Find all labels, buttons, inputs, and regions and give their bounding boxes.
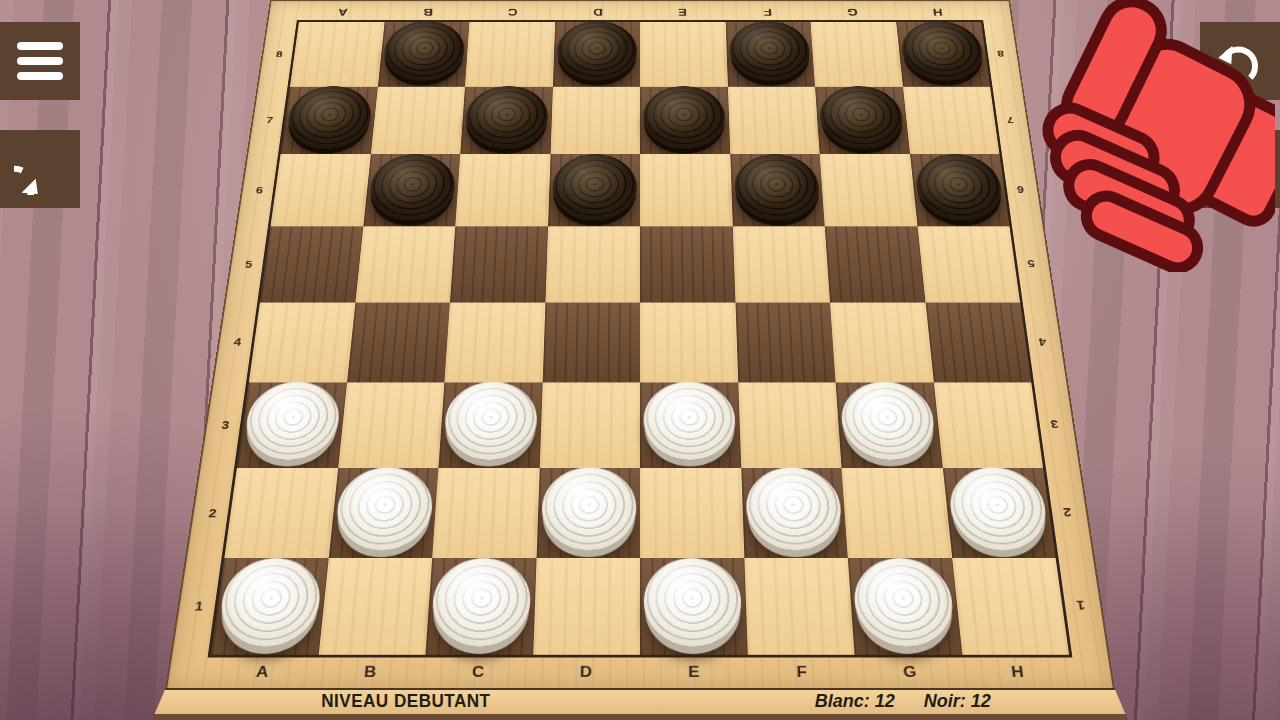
- right-secondary-button[interactable]: [1200, 130, 1280, 208]
- square-c2[interactable]: [432, 468, 539, 559]
- square-h7[interactable]: [903, 86, 1000, 154]
- square-g7[interactable]: [815, 86, 910, 154]
- white-piece[interactable]: [852, 558, 957, 646]
- square-h5[interactable]: [917, 226, 1020, 302]
- black-piece[interactable]: [913, 154, 1005, 220]
- black-score: Noir: 12: [899, 691, 1016, 712]
- black-piece[interactable]: [556, 22, 636, 81]
- square-a6[interactable]: [271, 155, 371, 227]
- square-f1[interactable]: [744, 558, 855, 654]
- white-piece[interactable]: [216, 558, 324, 646]
- app-background: ABCDEFGH ABCDEFGH 87654321 87654321 NIVE…: [0, 0, 1280, 720]
- coord-label: H: [962, 660, 1073, 684]
- square-h1[interactable]: [952, 558, 1069, 654]
- restart-button[interactable]: [0, 130, 80, 208]
- undo-button[interactable]: [1200, 22, 1280, 100]
- square-g4[interactable]: [830, 302, 933, 382]
- black-piece[interactable]: [382, 22, 467, 81]
- square-f6[interactable]: [730, 155, 825, 227]
- menu-button[interactable]: [0, 22, 80, 100]
- square-b5[interactable]: [355, 226, 455, 302]
- square-c5[interactable]: [450, 226, 548, 302]
- square-h6[interactable]: [910, 155, 1010, 227]
- square-h2[interactable]: [942, 468, 1055, 559]
- square-e6[interactable]: [640, 155, 732, 227]
- square-h3[interactable]: [933, 383, 1043, 468]
- square-b6[interactable]: [363, 155, 460, 227]
- status-bar: NIVEAU DEBUTANT Blanc: 12 Noir: 12: [152, 688, 1128, 720]
- black-piece[interactable]: [367, 154, 456, 220]
- square-g5[interactable]: [825, 226, 925, 302]
- coord-label: G: [855, 660, 965, 684]
- square-c6[interactable]: [455, 155, 550, 227]
- white-piece[interactable]: [430, 558, 532, 646]
- squares-grid: [208, 20, 1073, 657]
- black-piece[interactable]: [899, 22, 986, 81]
- level-label: NIVEAU DEBUTANT: [285, 691, 526, 712]
- white-piece[interactable]: [745, 467, 843, 550]
- square-h4[interactable]: [925, 302, 1031, 382]
- square-f8[interactable]: [725, 22, 815, 87]
- black-piece[interactable]: [644, 86, 727, 148]
- coord-label: A: [299, 4, 386, 19]
- white-piece[interactable]: [946, 467, 1050, 550]
- square-f3[interactable]: [738, 383, 842, 468]
- square-f7[interactable]: [728, 86, 820, 154]
- square-b4[interactable]: [347, 302, 450, 382]
- square-f4[interactable]: [735, 302, 836, 382]
- square-b3[interactable]: [338, 383, 445, 468]
- undo-icon: [1214, 35, 1266, 87]
- square-h8[interactable]: [896, 22, 990, 87]
- black-piece[interactable]: [464, 86, 549, 148]
- square-d6[interactable]: [548, 155, 640, 227]
- square-f5[interactable]: [732, 226, 830, 302]
- coord-label: C: [423, 660, 532, 684]
- coord-label: B: [385, 4, 471, 19]
- square-e5[interactable]: [640, 226, 735, 302]
- square-d4[interactable]: [542, 302, 640, 382]
- square-e3[interactable]: [640, 383, 741, 468]
- square-b7[interactable]: [370, 86, 465, 154]
- coord-label: B: [315, 660, 425, 684]
- coord-label: D: [532, 660, 640, 684]
- square-a5[interactable]: [260, 226, 363, 302]
- square-g6[interactable]: [820, 155, 917, 227]
- square-g8[interactable]: [811, 22, 903, 87]
- square-b2[interactable]: [328, 468, 438, 559]
- coord-label: C: [470, 4, 556, 19]
- square-b8[interactable]: [377, 22, 469, 87]
- square-f2[interactable]: [741, 468, 848, 559]
- square-c1[interactable]: [425, 558, 536, 654]
- coord-label: D: [555, 4, 640, 19]
- coord-label: E: [640, 4, 725, 19]
- square-g2[interactable]: [842, 468, 952, 559]
- square-g3[interactable]: [836, 383, 943, 468]
- black-piece[interactable]: [552, 154, 637, 220]
- square-b1[interactable]: [318, 558, 432, 654]
- coord-label: A: [207, 660, 318, 684]
- coord-label: G: [809, 4, 895, 19]
- square-a1[interactable]: [211, 558, 328, 654]
- square-a8[interactable]: [290, 22, 384, 87]
- square-d1[interactable]: [533, 558, 640, 654]
- file-labels-top: ABCDEFGH: [299, 4, 980, 19]
- black-piece[interactable]: [733, 154, 820, 220]
- square-c8[interactable]: [465, 22, 555, 87]
- square-g1[interactable]: [848, 558, 962, 654]
- file-labels-bottom: ABCDEFGH: [207, 660, 1073, 684]
- square-d5[interactable]: [545, 226, 640, 302]
- square-c4[interactable]: [444, 302, 545, 382]
- coord-label: F: [747, 660, 856, 684]
- square-e7[interactable]: [640, 86, 730, 154]
- white-piece[interactable]: [839, 382, 937, 460]
- white-piece[interactable]: [333, 467, 434, 550]
- square-c7[interactable]: [460, 86, 552, 154]
- white-piece[interactable]: [443, 382, 538, 460]
- coord-label: E: [640, 660, 748, 684]
- coord-label: F: [725, 4, 811, 19]
- black-piece[interactable]: [729, 22, 811, 81]
- square-e2[interactable]: [640, 468, 744, 559]
- white-piece[interactable]: [541, 467, 636, 550]
- game-board: ABCDEFGH ABCDEFGH 87654321 87654321: [165, 0, 1115, 690]
- square-d3[interactable]: [539, 383, 640, 468]
- square-e4[interactable]: [640, 302, 738, 382]
- square-d7[interactable]: [550, 86, 640, 154]
- square-a4[interactable]: [249, 302, 355, 382]
- black-piece[interactable]: [818, 86, 905, 148]
- black-piece[interactable]: [285, 86, 374, 148]
- square-d2[interactable]: [536, 468, 640, 559]
- square-a2[interactable]: [224, 468, 337, 559]
- coord-label: H: [894, 4, 981, 19]
- square-c3[interactable]: [438, 383, 542, 468]
- square-e1[interactable]: [640, 558, 747, 654]
- white-piece[interactable]: [644, 558, 743, 646]
- square-e8[interactable]: [640, 22, 728, 87]
- square-a3[interactable]: [237, 383, 347, 468]
- white-piece[interactable]: [242, 382, 343, 460]
- white-piece[interactable]: [644, 382, 737, 460]
- restart-icon: [14, 143, 66, 195]
- menu-icon: [17, 42, 63, 50]
- square-a7[interactable]: [281, 86, 378, 154]
- square-d8[interactable]: [552, 22, 640, 87]
